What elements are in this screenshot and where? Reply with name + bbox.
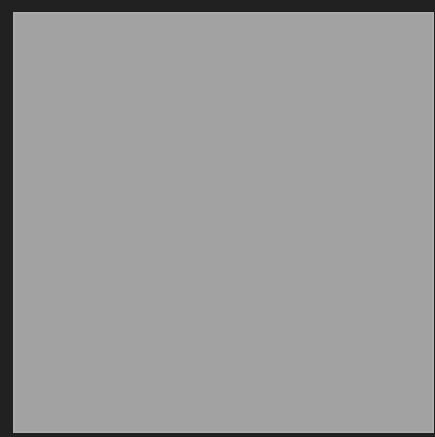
sudoku-grid	[15, 14, 432, 431]
sudoku-board[interactable]	[13, 12, 434, 433]
